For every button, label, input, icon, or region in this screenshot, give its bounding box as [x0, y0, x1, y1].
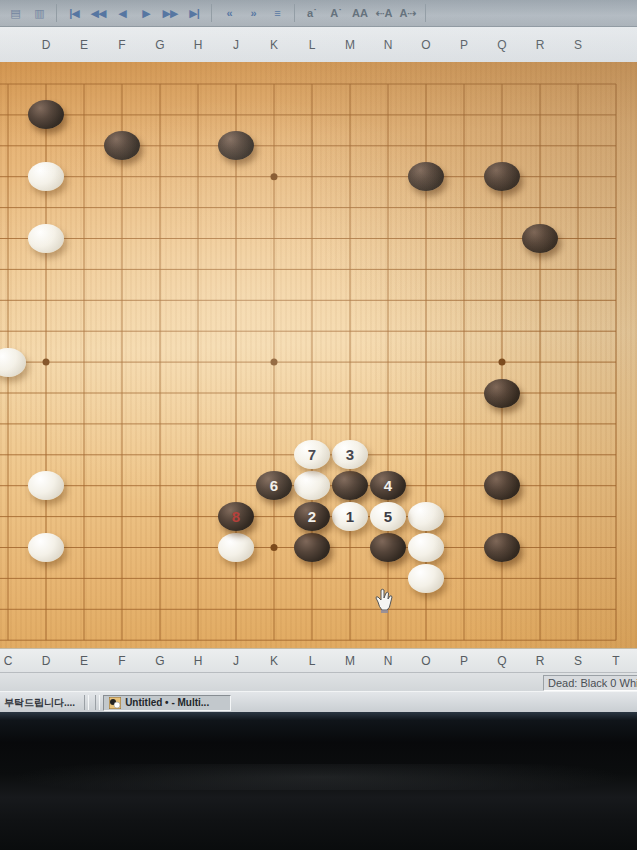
- coord-strip-bottom: CDEFGHJKLMNOPQRST: [0, 648, 637, 673]
- move-number: 2: [294, 502, 330, 531]
- stone-white-D16[interactable]: [28, 162, 64, 191]
- tool-icon-2[interactable]: »: [242, 4, 264, 22]
- coord-letter-O: O: [421, 38, 430, 52]
- taskbar: 부탁드립니다.... Untitled • - Multi...: [0, 691, 637, 712]
- coord-letter-L: L: [309, 38, 316, 52]
- stone-black-Q6[interactable]: [484, 471, 520, 500]
- stone-white-M5[interactable]: 1: [332, 502, 368, 531]
- coord-letter-E: E: [80, 654, 88, 668]
- move-number: 3: [332, 440, 368, 469]
- first-move-icon[interactable]: |◀: [63, 4, 85, 22]
- coord-letter-G: G: [155, 38, 164, 52]
- stone-black-Q4[interactable]: [484, 533, 520, 562]
- tool-icon-3[interactable]: ≡: [266, 4, 288, 22]
- taskbar-window-button[interactable]: Untitled • - Multi...: [103, 695, 231, 711]
- taskbar-separator: [95, 695, 100, 710]
- coord-letter-N: N: [384, 38, 393, 52]
- coord-letter-C: C: [4, 654, 13, 668]
- coord-letter-K: K: [270, 38, 278, 52]
- dead-count-panel: Dead: Black 0 Whit: [543, 675, 637, 691]
- stone-black-N4[interactable]: [370, 533, 406, 562]
- coord-letter-F: F: [118, 654, 125, 668]
- monitor-photo: ▤▥|◀◀◀◀▶▶▶▶|«»≡a˙A˙AA⇠AA⇢ DEFGHJKLMNOPQR…: [0, 0, 637, 850]
- tool-icon-1[interactable]: «: [218, 4, 240, 22]
- forward-10-icon[interactable]: ▶▶: [159, 4, 181, 22]
- stone-white-N5[interactable]: 5: [370, 502, 406, 531]
- move-number: 7: [294, 440, 330, 469]
- coord-letter-Q: Q: [497, 654, 506, 668]
- navigation-group: |◀◀◀◀▶▶▶▶|: [63, 4, 212, 22]
- star-point-Q10: [499, 359, 506, 366]
- tool-group: «»≡: [218, 4, 295, 22]
- file-icon-1[interactable]: ▤: [4, 4, 26, 22]
- stone-white-M7[interactable]: 3: [332, 440, 368, 469]
- coord-letter-F: F: [118, 38, 125, 52]
- move-number: 8: [218, 502, 254, 531]
- stone-black-R14[interactable]: [522, 224, 558, 253]
- bezel-reflection: [0, 764, 637, 790]
- stone-white-O4[interactable]: [408, 533, 444, 562]
- stone-black-K6[interactable]: 6: [256, 471, 292, 500]
- coord-letter-R: R: [536, 38, 545, 52]
- app-icon: [109, 697, 121, 709]
- annotation-group: a˙A˙AA⇠AA⇢: [301, 4, 426, 22]
- coord-letter-M: M: [345, 38, 355, 52]
- stone-black-Q16[interactable]: [484, 162, 520, 191]
- stone-black-Q9[interactable]: [484, 379, 520, 408]
- coord-strip-top: DEFGHJKLMNOPQRS: [0, 27, 637, 63]
- coord-letter-M: M: [345, 654, 355, 668]
- annotate-upper-icon[interactable]: A˙: [325, 4, 347, 22]
- star-point-D10: [43, 359, 50, 366]
- coord-letter-P: P: [460, 654, 468, 668]
- stone-black-L4[interactable]: [294, 533, 330, 562]
- stone-black-L5[interactable]: 2: [294, 502, 330, 531]
- move-number: 4: [370, 471, 406, 500]
- coord-letter-Q: Q: [497, 38, 506, 52]
- back-10-icon[interactable]: ◀◀: [87, 4, 109, 22]
- last-move-icon[interactable]: ▶|: [183, 4, 205, 22]
- move-number: 1: [332, 502, 368, 531]
- file-icon-2[interactable]: ▥: [28, 4, 50, 22]
- star-point-K4: [271, 544, 278, 551]
- taskbar-window-label: Untitled • - Multi...: [125, 697, 209, 708]
- stone-black-N6[interactable]: 4: [370, 471, 406, 500]
- coord-letter-S: S: [574, 654, 582, 668]
- coord-letter-J: J: [233, 38, 239, 52]
- stone-white-J4[interactable]: [218, 533, 254, 562]
- coord-letter-P: P: [460, 38, 468, 52]
- coord-letter-R: R: [536, 654, 545, 668]
- stone-white-L6[interactable]: [294, 471, 330, 500]
- stone-white-O5[interactable]: [408, 502, 444, 531]
- coord-letter-D: D: [42, 654, 51, 668]
- annotate-lower-icon[interactable]: a˙: [301, 4, 323, 22]
- taskbar-separator: [84, 695, 89, 710]
- coord-letter-S: S: [574, 38, 582, 52]
- screen: ▤▥|◀◀◀◀▶▶▶▶|«»≡a˙A˙AA⇠AA⇢ DEFGHJKLMNOPQR…: [0, 0, 637, 712]
- coord-letter-E: E: [80, 38, 88, 52]
- coord-letter-O: O: [421, 654, 430, 668]
- stone-white-D14[interactable]: [28, 224, 64, 253]
- coord-letter-D: D: [42, 38, 51, 52]
- stone-black-J5[interactable]: 8: [218, 502, 254, 531]
- coord-letter-H: H: [194, 38, 203, 52]
- coord-letter-G: G: [155, 654, 164, 668]
- star-point-K16: [271, 173, 278, 180]
- move-number: 6: [256, 471, 292, 500]
- label-forward-icon[interactable]: A⇢: [397, 4, 419, 22]
- back-icon[interactable]: ◀: [111, 4, 133, 22]
- stone-black-M6[interactable]: [332, 471, 368, 500]
- find-icon[interactable]: AA: [349, 4, 371, 22]
- coord-letter-H: H: [194, 654, 203, 668]
- label-back-icon[interactable]: ⇠A: [373, 4, 395, 22]
- forward-icon[interactable]: ▶: [135, 4, 157, 22]
- coord-letter-K: K: [270, 654, 278, 668]
- status-bar: Dead: Black 0 Whit: [0, 672, 637, 691]
- toolbar: ▤▥|◀◀◀◀▶▶▶▶|«»≡a˙A˙AA⇠AA⇢: [0, 0, 637, 27]
- stone-white-D4[interactable]: [28, 533, 64, 562]
- stone-white-L7[interactable]: 7: [294, 440, 330, 469]
- taskbar-korean-item[interactable]: 부탁드립니다....: [2, 695, 81, 710]
- stone-black-O16[interactable]: [408, 162, 444, 191]
- coord-letter-T: T: [612, 654, 619, 668]
- coord-letter-J: J: [233, 654, 239, 668]
- monitor-bezel: [0, 712, 637, 850]
- coord-letter-N: N: [384, 654, 393, 668]
- go-board[interactable]: 12345678: [0, 62, 637, 648]
- coord-letter-L: L: [309, 654, 316, 668]
- file-group: ▤▥: [4, 4, 57, 22]
- move-number: 5: [370, 502, 406, 531]
- stone-white-O3[interactable]: [408, 564, 444, 593]
- star-point-K10: [271, 359, 278, 366]
- stone-white-D6[interactable]: [28, 471, 64, 500]
